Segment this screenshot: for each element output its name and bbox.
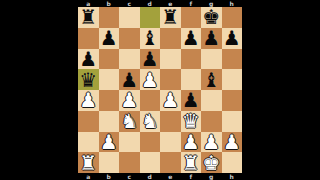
black-pawn[interactable]: ♟ (141, 48, 159, 68)
square-a1[interactable]: ♜ (78, 152, 99, 173)
white-pawn[interactable]: ♟ (161, 90, 179, 110)
square-b7[interactable]: ♟ (99, 28, 120, 49)
square-f7[interactable]: ♟ (181, 28, 202, 49)
square-d3[interactable]: ♞ (140, 111, 161, 132)
square-h8[interactable] (222, 7, 243, 28)
square-d2[interactable] (140, 132, 161, 153)
square-b2[interactable]: ♟ (99, 132, 120, 153)
file-label-b: b (99, 173, 120, 180)
square-b1[interactable] (99, 152, 120, 173)
square-a4[interactable]: ♟ (78, 90, 99, 111)
square-h4[interactable] (222, 90, 243, 111)
square-c1[interactable] (119, 152, 140, 173)
black-pawn[interactable]: ♟ (79, 48, 97, 68)
square-d7[interactable]: ♝ (140, 28, 161, 49)
black-queen[interactable]: ♛ (79, 69, 97, 89)
white-queen[interactable]: ♛ (182, 111, 200, 131)
square-f5[interactable] (181, 69, 202, 90)
file-label-c: c (119, 0, 140, 7)
square-f3[interactable]: ♛ (181, 111, 202, 132)
file-label-f: f (181, 0, 202, 7)
letterbox-right (242, 0, 320, 180)
square-d8[interactable] (140, 7, 161, 28)
square-h2[interactable]: ♟ (222, 132, 243, 153)
square-e3[interactable] (160, 111, 181, 132)
white-king[interactable]: ♚ (202, 152, 220, 172)
square-e7[interactable] (160, 28, 181, 49)
black-king[interactable]: ♚ (202, 7, 220, 27)
square-g3[interactable] (201, 111, 222, 132)
square-h6[interactable] (222, 49, 243, 70)
file-label-e: e (160, 173, 181, 180)
square-d6[interactable]: ♟ (140, 49, 161, 70)
square-f6[interactable] (181, 49, 202, 70)
square-a3[interactable] (78, 111, 99, 132)
white-pawn[interactable]: ♟ (182, 131, 200, 151)
square-g1[interactable]: ♚ (201, 152, 222, 173)
square-g6[interactable] (201, 49, 222, 70)
square-a2[interactable] (78, 132, 99, 153)
white-rook[interactable]: ♜ (182, 152, 200, 172)
square-h3[interactable] (222, 111, 243, 132)
white-pawn[interactable]: ♟ (202, 131, 220, 151)
square-e5[interactable] (160, 69, 181, 90)
white-pawn[interactable]: ♟ (120, 90, 138, 110)
square-f2[interactable]: ♟ (181, 132, 202, 153)
square-c8[interactable] (119, 7, 140, 28)
file-label-b: b (99, 0, 120, 7)
square-g4[interactable] (201, 90, 222, 111)
file-label-d: d (140, 173, 161, 180)
chessboard-panel: a b c d e f g h ♜♜♚♟♝♟♟♟♟♟♛♟♟♝♟♟♟♟♞♞♛♟♟♟… (78, 0, 242, 180)
square-g8[interactable]: ♚ (201, 7, 222, 28)
square-d5[interactable]: ♟ (140, 69, 161, 90)
square-b8[interactable] (99, 7, 120, 28)
file-label-c: c (119, 173, 140, 180)
square-g2[interactable]: ♟ (201, 132, 222, 153)
square-b6[interactable] (99, 49, 120, 70)
square-c5[interactable]: ♟ (119, 69, 140, 90)
square-f8[interactable] (181, 7, 202, 28)
square-e1[interactable] (160, 152, 181, 173)
file-label-d: d (140, 0, 161, 7)
black-pawn[interactable]: ♟ (223, 28, 241, 48)
square-a6[interactable]: ♟ (78, 49, 99, 70)
black-pawn[interactable]: ♟ (182, 90, 200, 110)
board: ♜♜♚♟♝♟♟♟♟♟♛♟♟♝♟♟♟♟♞♞♛♟♟♟♟♜♜♚ (78, 7, 242, 173)
square-c6[interactable] (119, 49, 140, 70)
black-pawn[interactable]: ♟ (202, 28, 220, 48)
square-c2[interactable] (119, 132, 140, 153)
square-h1[interactable] (222, 152, 243, 173)
square-g5[interactable]: ♝ (201, 69, 222, 90)
square-b4[interactable] (99, 90, 120, 111)
square-a5[interactable]: ♛ (78, 69, 99, 90)
white-pawn[interactable]: ♟ (100, 131, 118, 151)
square-e4[interactable]: ♟ (160, 90, 181, 111)
file-label-h: h (222, 0, 243, 7)
black-bishop[interactable]: ♝ (141, 28, 159, 48)
black-pawn[interactable]: ♟ (182, 28, 200, 48)
square-h7[interactable]: ♟ (222, 28, 243, 49)
square-c4[interactable]: ♟ (119, 90, 140, 111)
black-pawn[interactable]: ♟ (120, 69, 138, 89)
square-b3[interactable] (99, 111, 120, 132)
square-a7[interactable] (78, 28, 99, 49)
letterbox-left (0, 0, 78, 180)
square-e2[interactable] (160, 132, 181, 153)
square-e6[interactable] (160, 49, 181, 70)
square-g7[interactable]: ♟ (201, 28, 222, 49)
square-e8[interactable]: ♜ (160, 7, 181, 28)
file-label-h: h (222, 173, 243, 180)
square-c3[interactable]: ♞ (119, 111, 140, 132)
white-pawn[interactable]: ♟ (141, 69, 159, 89)
square-f4[interactable]: ♟ (181, 90, 202, 111)
square-d1[interactable] (140, 152, 161, 173)
white-rook[interactable]: ♜ (79, 152, 97, 172)
square-f1[interactable]: ♜ (181, 152, 202, 173)
white-knight[interactable]: ♞ (120, 111, 138, 131)
black-bishop[interactable]: ♝ (202, 69, 220, 89)
square-d4[interactable] (140, 90, 161, 111)
square-a8[interactable]: ♜ (78, 7, 99, 28)
square-b5[interactable] (99, 69, 120, 90)
square-h5[interactable] (222, 69, 243, 90)
black-pawn[interactable]: ♟ (100, 28, 118, 48)
black-rook[interactable]: ♜ (161, 7, 179, 27)
black-rook[interactable]: ♜ (79, 7, 97, 27)
white-pawn[interactable]: ♟ (223, 131, 241, 151)
white-knight[interactable]: ♞ (141, 111, 159, 131)
square-c7[interactable] (119, 28, 140, 49)
white-pawn[interactable]: ♟ (79, 90, 97, 110)
